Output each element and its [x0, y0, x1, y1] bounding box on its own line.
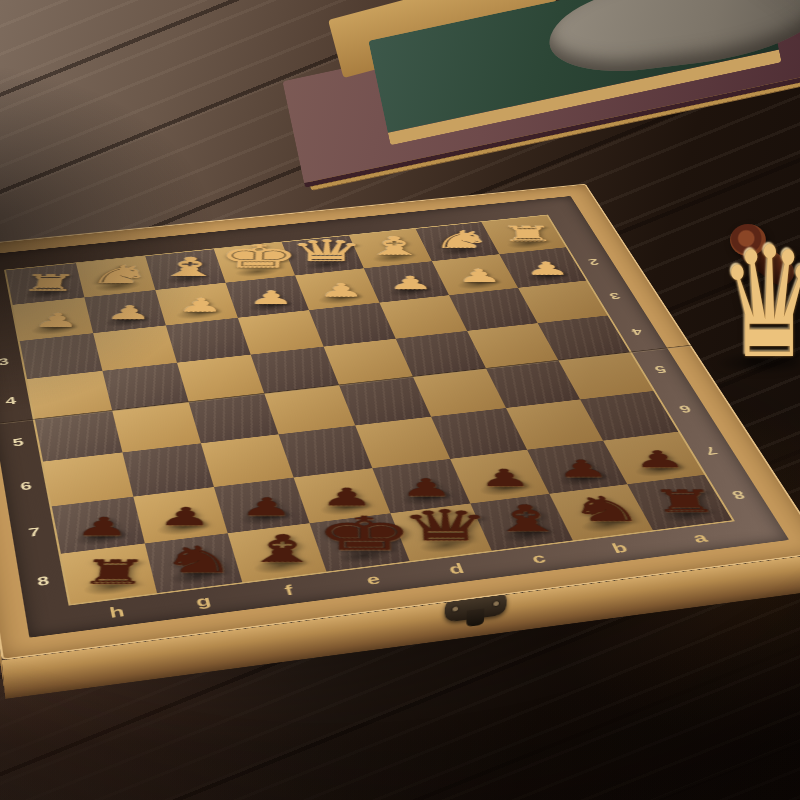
square-a7[interactable] [603, 432, 704, 485]
piece-glyph: ♟ [176, 296, 225, 315]
square-g8[interactable] [145, 533, 242, 593]
square-d8[interactable] [390, 503, 491, 561]
piece-glyph: ♟ [320, 485, 374, 509]
file-label-g: g [157, 582, 250, 620]
rank-label-left-5: 5 [0, 419, 43, 466]
piece-glyph: ♟ [239, 495, 294, 520]
piece-shadow [498, 525, 558, 545]
piece-shadow [251, 555, 311, 576]
piece-glyph: ♜ [18, 272, 80, 295]
piece-glyph: ♟ [456, 267, 504, 285]
piece-glyph: ♟ [318, 281, 365, 300]
piece-glyph: ♝ [241, 530, 322, 568]
piece-white-bishop-f1[interactable]: ♝ [149, 257, 231, 280]
square-e7[interactable] [294, 468, 391, 523]
piece-black-pawn-g7[interactable]: ♟ [152, 508, 219, 530]
square-e6[interactable] [279, 425, 373, 477]
piece-black-king-e8[interactable]: ♚ [305, 517, 425, 558]
file-label-f: f [242, 572, 335, 610]
file-label-b: b [573, 530, 667, 566]
piece-glyph: ♜ [499, 224, 558, 245]
piece-white-pawn-g2[interactable]: ♟ [99, 306, 158, 323]
square-g4[interactable] [102, 363, 188, 411]
square-f4[interactable] [177, 355, 264, 402]
piece-white-rook-h1[interactable]: ♜ [13, 275, 86, 295]
piece-white-pawn-e2[interactable]: ♟ [243, 291, 300, 307]
piece-white-pawn-c2[interactable]: ♟ [383, 276, 439, 292]
rank-label-left-8: 8 [16, 554, 70, 610]
rank-label-right-7: 7 [678, 427, 744, 475]
piece-glyph: ♝ [155, 254, 224, 280]
square-e5[interactable] [264, 385, 355, 434]
offboard-white-queen[interactable]: ♛ [719, 227, 800, 380]
piece-shadow [554, 470, 612, 489]
square-f5[interactable] [189, 393, 279, 443]
piece-glyph: ♝ [485, 500, 568, 536]
square-h7[interactable] [52, 497, 145, 554]
rank-label-right-6: 6 [653, 386, 717, 431]
square-d6[interactable] [355, 417, 450, 468]
piece-white-pawn-b2[interactable]: ♟ [451, 269, 508, 285]
square-e8[interactable] [310, 513, 410, 571]
square-g5[interactable] [112, 402, 201, 452]
square-f8[interactable] [228, 523, 327, 582]
piece-glyph: ♟ [104, 304, 154, 323]
piece-glyph: ♟ [74, 515, 132, 540]
piece-shadow [155, 518, 213, 538]
square-h6[interactable] [43, 452, 133, 506]
piece-glyph: ♜ [77, 556, 151, 589]
piece-white-knight-g1[interactable]: ♞ [80, 265, 160, 287]
latch-screw [494, 601, 500, 606]
square-b8[interactable] [549, 484, 653, 540]
piece-glyph: ♟ [477, 467, 532, 491]
piece-shadow [476, 479, 534, 498]
piece-white-knight-b1[interactable]: ♞ [424, 231, 500, 252]
rank-label-left-7: 7 [8, 506, 61, 559]
piece-shadow [237, 508, 295, 528]
piece-glyph: ♚ [314, 511, 415, 557]
piece-shadow [578, 515, 638, 535]
piece-black-pawn-e7[interactable]: ♟ [315, 488, 379, 509]
piece-black-queen-d8[interactable]: ♛ [390, 509, 502, 547]
square-f6[interactable] [201, 434, 294, 487]
file-label-a: a [653, 520, 747, 555]
piece-black-rook-a8[interactable]: ♜ [643, 490, 728, 517]
piece-shadow [631, 460, 689, 479]
piece-white-pawn-a2[interactable]: ♟ [519, 262, 576, 278]
piece-glyph: ♟ [399, 476, 453, 500]
piece-shadow [167, 566, 227, 588]
square-g7[interactable] [133, 487, 227, 543]
piece-shadow [82, 576, 142, 598]
piece-glyph: ♟ [554, 457, 610, 481]
file-label-d: d [410, 551, 504, 588]
book-stack [0, 0, 800, 190]
piece-glyph: ♟ [523, 260, 572, 278]
piece-shadow [334, 545, 394, 566]
piece-black-knight-g8[interactable]: ♞ [151, 546, 246, 578]
piece-shadow [416, 535, 476, 556]
square-d7[interactable] [372, 459, 470, 513]
piece-glyph: ♞ [566, 492, 647, 527]
file-label-h: h [71, 593, 164, 632]
piece-black-pawn-f7[interactable]: ♟ [234, 498, 299, 520]
latch-screw [453, 606, 459, 611]
piece-glyph: ♜ [648, 486, 721, 516]
file-label-c: c [492, 540, 586, 576]
square-a6[interactable] [580, 391, 678, 441]
square-h4[interactable] [27, 371, 112, 419]
piece-glyph: ♞ [429, 228, 494, 252]
piece-black-pawn-b7[interactable]: ♟ [550, 460, 616, 481]
piece-black-pawn-d7[interactable]: ♟ [394, 479, 458, 500]
piece-black-bishop-c8[interactable]: ♝ [478, 505, 576, 537]
piece-black-pawn-h7[interactable]: ♟ [68, 518, 136, 540]
piece-white-rook-a1[interactable]: ♜ [494, 226, 563, 245]
square-g6[interactable] [122, 443, 213, 496]
square-h5[interactable] [35, 411, 123, 462]
piece-glyph: ♟ [157, 505, 213, 530]
square-h8[interactable] [61, 543, 157, 604]
square-c8[interactable] [470, 494, 572, 551]
rank-label-left-6: 6 [1, 462, 52, 512]
rank-label-right-8: 8 [704, 470, 773, 520]
piece-white-pawn-h2[interactable]: ♟ [27, 313, 87, 330]
piece-black-pawn-c7[interactable]: ♟ [473, 469, 538, 490]
scene: 3456782345678hgfedcba ♜♞♝♛♚♝♞♜♟♟♟♟♟♟♟♟♟♟… [0, 0, 800, 800]
piece-glyph: ♞ [86, 262, 154, 287]
piece-glyph: ♛ [399, 504, 494, 547]
piece-black-rook-h8[interactable]: ♜ [70, 560, 157, 589]
piece-glyph: ♟ [31, 311, 82, 330]
piece-glyph: ♟ [631, 448, 688, 471]
piece-shadow [657, 505, 717, 525]
square-c7[interactable] [450, 450, 549, 504]
piece-shadow [397, 489, 455, 509]
piece-shadow [317, 498, 375, 518]
piece-glyph: ♟ [387, 274, 434, 292]
piece-shadow [72, 528, 130, 549]
file-label-e: e [326, 561, 420, 598]
piece-black-knight-b8[interactable]: ♞ [559, 496, 653, 526]
square-f7[interactable] [214, 478, 310, 534]
square-a8[interactable] [627, 475, 732, 531]
rank-label-left-4: 4 [0, 379, 35, 424]
piece-black-bishop-f8[interactable]: ♝ [233, 535, 330, 568]
square-b7[interactable] [527, 441, 627, 494]
piece-white-pawn-d2[interactable]: ♟ [314, 284, 370, 300]
piece-black-pawn-a7[interactable]: ♟ [626, 451, 692, 471]
square-c6[interactable] [431, 408, 527, 459]
piece-white-pawn-f2[interactable]: ♟ [172, 298, 230, 315]
square-b6[interactable] [506, 399, 603, 449]
piece-glyph: ♞ [158, 542, 238, 579]
piece-glyph: ♟ [248, 289, 296, 308]
